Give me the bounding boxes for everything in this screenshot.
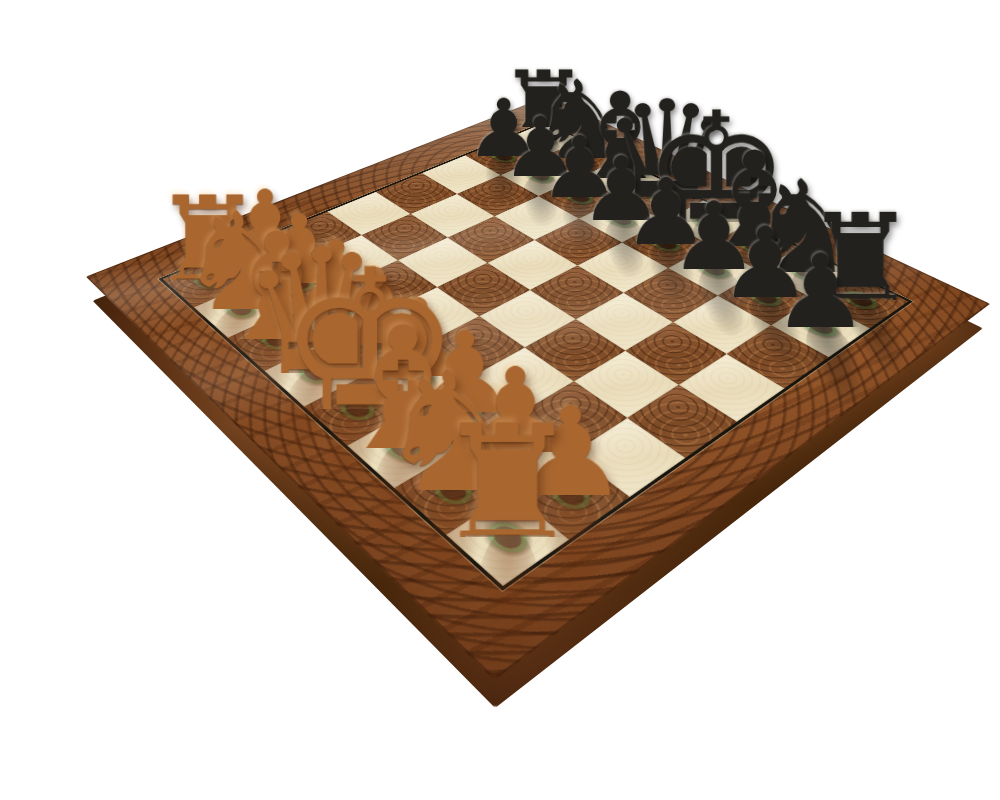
piece-shadow-h1 (460, 501, 556, 575)
piece-shadow-g1 (408, 458, 499, 526)
square-f1[interactable] (347, 410, 459, 488)
piece-shadow-d2 (338, 319, 414, 368)
piece-reflection-b1 (190, 304, 268, 383)
piece-shadow-b1 (206, 287, 277, 332)
square-g5[interactable] (625, 322, 726, 385)
square-f4[interactable] (525, 319, 626, 381)
square-f2[interactable] (411, 378, 519, 450)
square-g3[interactable] (519, 381, 628, 454)
piece-reflection-h1 (473, 530, 541, 664)
product-photo-stage: ♜♟♞♟♝♟♛♟♚♟♝♟♟♞♜♟♟♜♞♟♟♝♟♛♟♚♟♝♟♞♟♜ (0, 0, 1000, 800)
piece-shadow-f1 (360, 418, 446, 480)
square-d1[interactable] (264, 341, 366, 407)
playing-area (158, 121, 912, 591)
chessboard-3d: ♜♟♞♟♝♟♛♟♚♟♝♟♟♞♜♟♟♜♞♟♟♝♟♛♟♚♟♝♟♞♟♜ (86, 96, 990, 681)
piece-reflection-f1 (360, 442, 433, 552)
square-f3[interactable] (470, 347, 574, 414)
piece-shadow-e2 (379, 351, 459, 404)
piece-reflection-g7 (742, 293, 814, 369)
piece-shadow-h7 (781, 304, 861, 351)
piece-shadow-c1 (240, 316, 314, 364)
piece-reflection-e1 (311, 403, 386, 504)
piece-reflection-d1 (267, 367, 343, 459)
square-b1[interactable] (194, 282, 288, 338)
square-h2[interactable] (511, 454, 629, 540)
chess-board (86, 96, 990, 681)
square-c2[interactable] (288, 284, 383, 341)
square-h3[interactable] (572, 418, 686, 497)
square-h5[interactable] (679, 354, 785, 422)
square-g6[interactable] (673, 296, 771, 354)
piece-shadow-d1 (277, 347, 355, 399)
piece-reflection-h7 (796, 322, 876, 404)
piece-reflection-g2 (485, 446, 547, 557)
square-g1[interactable] (394, 450, 511, 535)
square-f5[interactable] (576, 293, 673, 351)
piece-reflection-c1 (227, 335, 304, 420)
square-d2[interactable] (326, 313, 425, 374)
square-g2[interactable] (459, 414, 572, 492)
square-h4[interactable] (627, 385, 737, 458)
square-e3[interactable] (425, 316, 525, 378)
piece-shadow-h2 (524, 462, 617, 530)
square-h1[interactable] (446, 493, 569, 586)
piece-reflection-f2 (430, 407, 493, 509)
piece-reflection-e2 (380, 371, 446, 464)
square-e1[interactable] (304, 374, 411, 445)
piece-shadow-e1 (317, 381, 399, 438)
square-h7[interactable] (771, 298, 870, 357)
piece-shadow-g2 (472, 422, 560, 484)
piece-reflection-h2 (543, 488, 610, 611)
piece-shadow-f2 (423, 385, 507, 442)
square-e2[interactable] (367, 344, 470, 410)
square-c1[interactable] (228, 310, 326, 371)
square-h6[interactable] (727, 325, 829, 388)
square-g4[interactable] (574, 351, 679, 418)
square-e4[interactable] (479, 290, 576, 347)
piece-reflection-h8 (837, 296, 918, 373)
piece-reflection-g1 (413, 484, 484, 605)
piece-reflection-c2 (293, 307, 362, 386)
square-d3[interactable] (383, 287, 479, 344)
piece-reflection-d2 (335, 338, 402, 424)
piece-shadow-c2 (300, 290, 373, 335)
